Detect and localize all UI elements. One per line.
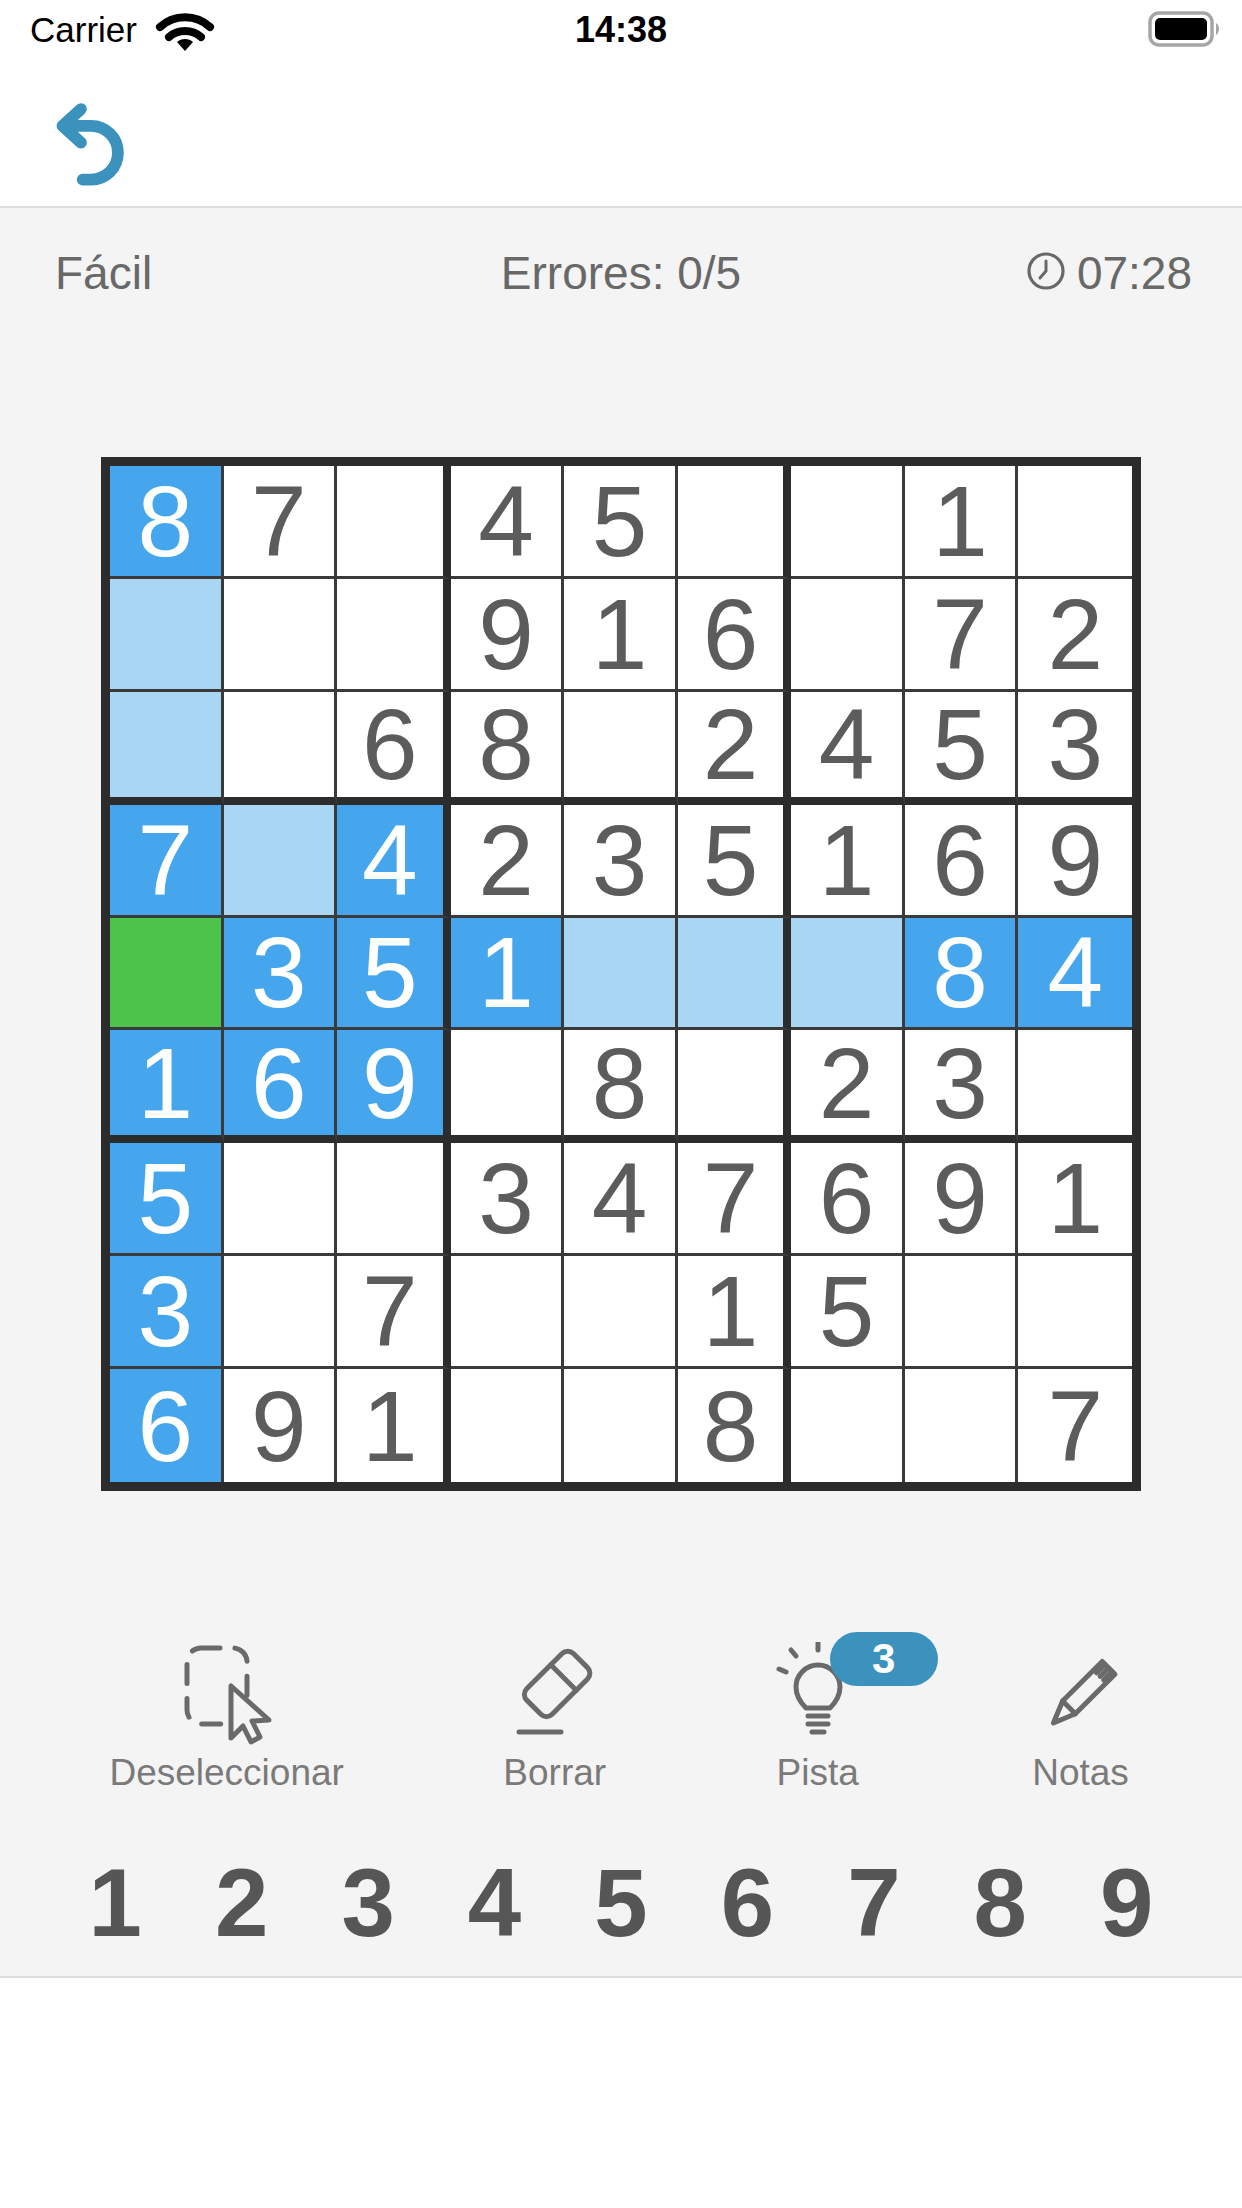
cell-r7c2[interactable]	[224, 1143, 338, 1256]
notes-label: Notas	[1032, 1752, 1129, 1794]
cell-r4c2[interactable]	[224, 805, 338, 918]
cell-r6c6[interactable]	[678, 1030, 792, 1143]
numpad-key-9[interactable]: 9	[1100, 1855, 1153, 1951]
number-pad: 1 2 3 4 5 6 7 8 9	[0, 1828, 1242, 1978]
hint-label: Pista	[777, 1752, 859, 1794]
cell-r4c5[interactable]: 3	[564, 805, 678, 918]
clock-icon	[1025, 250, 1067, 296]
cell-r5c9[interactable]: 4	[1018, 918, 1132, 1031]
cell-r1c5[interactable]: 5	[564, 466, 678, 579]
sudoku-board: 8745191672682453742351693518416982353476…	[101, 457, 1141, 1491]
pencil-icon	[1029, 1642, 1133, 1746]
cell-r4c1[interactable]: 7	[110, 805, 224, 918]
cell-r6c8[interactable]: 3	[905, 1030, 1019, 1143]
cell-r6c1[interactable]: 1	[110, 1030, 224, 1143]
cell-r1c1[interactable]: 8	[110, 466, 224, 579]
cell-r7c1[interactable]: 5	[110, 1143, 224, 1256]
cell-r1c9[interactable]	[1018, 466, 1132, 579]
cell-r1c3[interactable]	[337, 466, 451, 579]
cell-r2c6[interactable]: 6	[678, 579, 792, 692]
status-bar: Carrier 14:38	[0, 0, 1242, 60]
cell-r3c1[interactable]	[110, 692, 224, 805]
cell-r3c7[interactable]: 4	[791, 692, 905, 805]
cell-r5c7[interactable]	[791, 918, 905, 1031]
deselect-icon	[175, 1642, 279, 1746]
numpad-key-2[interactable]: 2	[215, 1855, 268, 1951]
cell-r2c4[interactable]: 9	[451, 579, 565, 692]
cell-r8c3[interactable]: 7	[337, 1256, 451, 1369]
cell-r4c3[interactable]: 4	[337, 805, 451, 918]
cell-r6c4[interactable]	[451, 1030, 565, 1143]
cell-r9c4[interactable]	[451, 1369, 565, 1482]
numpad-key-7[interactable]: 7	[847, 1855, 900, 1951]
cell-r8c4[interactable]	[451, 1256, 565, 1369]
cell-r9c6[interactable]: 8	[678, 1369, 792, 1482]
cell-r3c8[interactable]: 5	[905, 692, 1019, 805]
status-time: 14:38	[0, 0, 1242, 60]
cell-r1c6[interactable]	[678, 466, 792, 579]
timer-value: 07:28	[1077, 246, 1192, 300]
cell-r5c2[interactable]: 3	[224, 918, 338, 1031]
cell-r9c2[interactable]: 9	[224, 1369, 338, 1482]
cell-r1c8[interactable]: 1	[905, 466, 1019, 579]
hint-button[interactable]: 3 Pista	[766, 1642, 870, 1794]
numpad-key-6[interactable]: 6	[721, 1855, 774, 1951]
cell-r3c6[interactable]: 2	[678, 692, 792, 805]
cell-r7c6[interactable]: 7	[678, 1143, 792, 1256]
cell-r7c4[interactable]: 3	[451, 1143, 565, 1256]
cell-r1c4[interactable]: 4	[451, 466, 565, 579]
cell-r7c5[interactable]: 4	[564, 1143, 678, 1256]
cell-r3c5[interactable]	[564, 692, 678, 805]
cell-r4c6[interactable]: 5	[678, 805, 792, 918]
cell-r7c9[interactable]: 1	[1018, 1143, 1132, 1256]
cell-r2c8[interactable]: 7	[905, 579, 1019, 692]
cell-r6c2[interactable]: 6	[224, 1030, 338, 1143]
cell-r5c3[interactable]: 5	[337, 918, 451, 1031]
cell-r3c9[interactable]: 3	[1018, 692, 1132, 805]
numpad-key-4[interactable]: 4	[468, 1855, 521, 1951]
deselect-label: Deseleccionar	[109, 1752, 343, 1794]
cell-r9c9[interactable]: 7	[1018, 1369, 1132, 1482]
numpad-key-5[interactable]: 5	[594, 1855, 647, 1951]
cell-r4c8[interactable]: 6	[905, 805, 1019, 918]
cell-r7c7[interactable]: 6	[791, 1143, 905, 1256]
cell-r9c5[interactable]	[564, 1369, 678, 1482]
cell-r7c3[interactable]	[337, 1143, 451, 1256]
cell-r6c9[interactable]	[1018, 1030, 1132, 1143]
cell-r5c4[interactable]: 1	[451, 918, 565, 1031]
cell-r3c2[interactable]	[224, 692, 338, 805]
cell-r5c1[interactable]	[110, 918, 224, 1031]
cell-r2c1[interactable]	[110, 579, 224, 692]
numpad-key-8[interactable]: 8	[974, 1855, 1027, 1951]
cell-r3c4[interactable]: 8	[451, 692, 565, 805]
toolbar: Deseleccionar Borrar	[0, 1642, 1242, 1822]
cell-r9c3[interactable]: 1	[337, 1369, 451, 1482]
cell-r5c5[interactable]	[564, 918, 678, 1031]
cell-r7c8[interactable]: 9	[905, 1143, 1019, 1256]
cell-r4c7[interactable]: 1	[791, 805, 905, 918]
hint-bulb-icon: 3	[766, 1642, 870, 1746]
back-button[interactable]	[44, 98, 128, 194]
cell-r3c3[interactable]: 6	[337, 692, 451, 805]
cell-r2c2[interactable]	[224, 579, 338, 692]
timer: 07:28	[1025, 246, 1192, 300]
notes-button[interactable]: Notas	[1029, 1642, 1133, 1794]
cell-r8c1[interactable]: 3	[110, 1256, 224, 1369]
cell-r8c8[interactable]	[905, 1256, 1019, 1369]
deselect-button[interactable]: Deseleccionar	[109, 1642, 343, 1794]
cell-r2c7[interactable]	[791, 579, 905, 692]
numpad-key-3[interactable]: 3	[341, 1855, 394, 1951]
cell-r9c7[interactable]	[791, 1369, 905, 1482]
cell-r2c9[interactable]: 2	[1018, 579, 1132, 692]
battery-icon	[1148, 11, 1222, 51]
erase-label: Borrar	[503, 1752, 606, 1794]
erase-button[interactable]: Borrar	[503, 1642, 607, 1794]
cell-r6c5[interactable]: 8	[564, 1030, 678, 1143]
cell-r8c7[interactable]: 5	[791, 1256, 905, 1369]
cell-r8c5[interactable]	[564, 1256, 678, 1369]
cell-r9c1[interactable]: 6	[110, 1369, 224, 1482]
cell-r8c2[interactable]	[224, 1256, 338, 1369]
cell-r6c7[interactable]: 2	[791, 1030, 905, 1143]
numpad-key-1[interactable]: 1	[89, 1855, 142, 1951]
cell-r4c4[interactable]: 2	[451, 805, 565, 918]
cell-r8c6[interactable]: 1	[678, 1256, 792, 1369]
cell-r1c2[interactable]: 7	[224, 466, 338, 579]
cell-r5c6[interactable]	[678, 918, 792, 1031]
cell-r2c3[interactable]	[337, 579, 451, 692]
cell-r6c3[interactable]: 9	[337, 1030, 451, 1143]
cell-r1c7[interactable]	[791, 466, 905, 579]
cell-r9c8[interactable]	[905, 1369, 1019, 1482]
hint-count-badge: 3	[830, 1632, 938, 1686]
cell-r5c8[interactable]: 8	[905, 918, 1019, 1031]
eraser-icon	[503, 1642, 607, 1746]
cell-r2c5[interactable]: 1	[564, 579, 678, 692]
cell-r8c9[interactable]	[1018, 1256, 1132, 1369]
cell-r4c9[interactable]: 9	[1018, 805, 1132, 918]
